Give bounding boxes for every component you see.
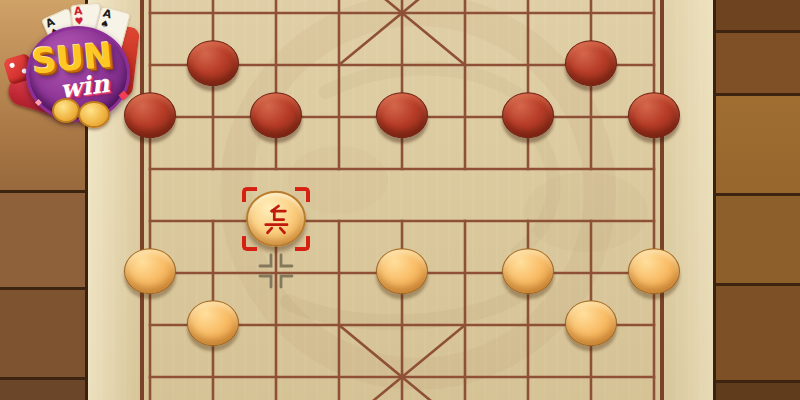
pieces-layer — [88, 0, 715, 400]
piece-light-face-down[interactable] — [502, 248, 554, 294]
last-move-origin-marker — [253, 248, 299, 298]
wood-plank — [713, 93, 800, 193]
piece-light-face-down[interactable] — [124, 248, 176, 294]
piece-light-face-down[interactable] — [187, 300, 239, 346]
wood-plank — [0, 377, 88, 400]
piece-red-face-down[interactable] — [628, 92, 680, 138]
coin-icon — [78, 101, 110, 128]
piece-red-face-down[interactable] — [376, 92, 428, 138]
piece-light-face-down[interactable] — [376, 248, 428, 294]
game-scene: A♠A♥A♠ SUN win — [0, 0, 800, 400]
wood-background-right — [713, 0, 800, 400]
piece-red-face-down[interactable] — [187, 40, 239, 86]
wood-plank — [0, 287, 88, 377]
wood-plank — [713, 283, 800, 380]
wood-plank — [713, 0, 800, 30]
piece-light-face-down[interactable] — [565, 300, 617, 346]
piece-soldier-face-up[interactable] — [246, 191, 306, 247]
wood-plank — [0, 190, 88, 287]
wood-plank — [713, 30, 800, 93]
piece-red-face-down[interactable] — [565, 40, 617, 86]
board-edge-seam-right — [713, 0, 716, 400]
piece-red-face-down[interactable] — [502, 92, 554, 138]
piece-red-face-down[interactable] — [250, 92, 302, 138]
wood-plank — [713, 380, 800, 400]
coin-icon — [52, 98, 80, 123]
xiangqi-board[interactable] — [88, 0, 715, 400]
wood-plank — [713, 193, 800, 283]
sunwin-logo: A♠A♥A♠ SUN win — [2, 0, 144, 124]
piece-light-face-down[interactable] — [628, 248, 680, 294]
